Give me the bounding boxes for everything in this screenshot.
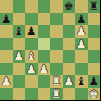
- square-e2[interactable]: ♜: [50, 75, 63, 88]
- square-a8[interactable]: [0, 0, 13, 13]
- square-f6[interactable]: [63, 25, 76, 38]
- square-a7[interactable]: ♟: [0, 13, 13, 26]
- square-f8[interactable]: ♚: [63, 0, 76, 13]
- black-pawn[interactable]: ♟: [1, 13, 11, 25]
- square-b6[interactable]: ♝: [13, 25, 26, 38]
- square-d3[interactable]: ♟: [38, 63, 51, 76]
- white-pawn[interactable]: ♟: [14, 50, 24, 62]
- square-f1[interactable]: [63, 88, 76, 101]
- white-rook[interactable]: ♜: [51, 75, 61, 87]
- square-d8[interactable]: [38, 0, 51, 13]
- square-h8[interactable]: ♜: [88, 0, 101, 13]
- square-e6[interactable]: [50, 25, 63, 38]
- square-d4[interactable]: [38, 50, 51, 63]
- square-d5[interactable]: [38, 38, 51, 51]
- square-e8[interactable]: [50, 0, 63, 13]
- white-pawn[interactable]: ♟: [64, 75, 74, 87]
- white-bishop[interactable]: ♝: [26, 50, 36, 62]
- square-c5[interactable]: [25, 38, 38, 51]
- square-c4[interactable]: ♝: [25, 50, 38, 63]
- square-d7[interactable]: [38, 13, 51, 26]
- square-d2[interactable]: [38, 75, 51, 88]
- square-b7[interactable]: [13, 13, 26, 26]
- square-g4[interactable]: [75, 50, 88, 63]
- square-h5[interactable]: [88, 38, 101, 51]
- white-king[interactable]: ♚: [89, 88, 99, 100]
- white-pawn[interactable]: ♟: [39, 63, 49, 75]
- square-e4[interactable]: [50, 50, 63, 63]
- square-b4[interactable]: ♟: [13, 50, 26, 63]
- square-h3[interactable]: [88, 63, 101, 76]
- black-bishop[interactable]: ♝: [76, 75, 86, 87]
- square-b3[interactable]: [13, 63, 26, 76]
- square-g6[interactable]: ♟: [75, 25, 88, 38]
- square-g3[interactable]: [75, 63, 88, 76]
- white-pawn[interactable]: ♟: [76, 38, 86, 50]
- square-f4[interactable]: [63, 50, 76, 63]
- square-g8[interactable]: [75, 0, 88, 13]
- square-h1[interactable]: ♚: [88, 88, 101, 101]
- square-a5[interactable]: [0, 38, 13, 51]
- square-g2[interactable]: ♝: [75, 75, 88, 88]
- square-c2[interactable]: [25, 75, 38, 88]
- square-e5[interactable]: [50, 38, 63, 51]
- square-g5[interactable]: ♟: [75, 38, 88, 51]
- square-a2[interactable]: ♟: [0, 75, 13, 88]
- white-pawn[interactable]: ♟: [1, 75, 11, 87]
- white-pawn[interactable]: ♟: [26, 63, 36, 75]
- square-f7[interactable]: [63, 13, 76, 26]
- square-f2[interactable]: ♟: [63, 75, 76, 88]
- black-bishop[interactable]: ♝: [14, 25, 24, 37]
- square-g1[interactable]: [75, 88, 88, 101]
- square-h4[interactable]: [88, 50, 101, 63]
- square-e7[interactable]: [50, 13, 63, 26]
- black-rook[interactable]: ♜: [89, 0, 99, 12]
- black-pawn[interactable]: ♟: [76, 13, 86, 25]
- square-c1[interactable]: [25, 88, 38, 101]
- square-h6[interactable]: [88, 25, 101, 38]
- square-b1[interactable]: [13, 88, 26, 101]
- square-c3[interactable]: ♟: [25, 63, 38, 76]
- square-f5[interactable]: [63, 38, 76, 51]
- white-rook[interactable]: ♜: [51, 88, 61, 100]
- square-a6[interactable]: [0, 25, 13, 38]
- square-b2[interactable]: [13, 75, 26, 88]
- square-b5[interactable]: [13, 38, 26, 51]
- square-h7[interactable]: [88, 13, 101, 26]
- square-d1[interactable]: [38, 88, 51, 101]
- square-d6[interactable]: [38, 25, 51, 38]
- black-pawn[interactable]: ♟: [89, 75, 99, 87]
- square-h2[interactable]: ♟: [88, 75, 101, 88]
- chess-board: ♚♜♟♟♝♟♟♟♟♝♟♟♟♜♟♝♟♜♚: [0, 0, 100, 100]
- square-b8[interactable]: [13, 0, 26, 13]
- square-g7[interactable]: ♟: [75, 13, 88, 26]
- square-a3[interactable]: [0, 63, 13, 76]
- square-c8[interactable]: [25, 0, 38, 13]
- square-e1[interactable]: ♜: [50, 88, 63, 101]
- square-a1[interactable]: [0, 88, 13, 101]
- white-pawn[interactable]: ♟: [76, 25, 86, 37]
- square-e3[interactable]: [50, 63, 63, 76]
- square-f3[interactable]: [63, 63, 76, 76]
- square-c7[interactable]: [25, 13, 38, 26]
- black-pawn[interactable]: ♟: [26, 25, 36, 37]
- square-c6[interactable]: ♟: [25, 25, 38, 38]
- black-king[interactable]: ♚: [64, 0, 74, 12]
- square-a4[interactable]: [0, 50, 13, 63]
